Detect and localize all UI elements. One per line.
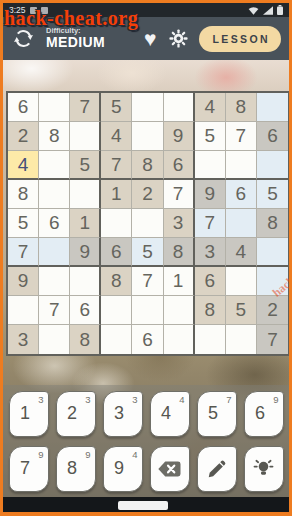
cell-r2c8[interactable]: 7: [226, 122, 257, 151]
heart-icon[interactable]: ♥: [144, 28, 156, 49]
cell-r9c3[interactable]: 8: [70, 325, 101, 354]
cell-r8c2[interactable]: 7: [39, 296, 70, 325]
cell-r7c3[interactable]: [70, 267, 101, 296]
cell-r6c6[interactable]: 8: [164, 238, 195, 267]
status-bar: 3:25: [3, 3, 289, 17]
numpad-digit-label: 2: [67, 403, 77, 424]
wifi-icon: [248, 6, 259, 15]
numpad-count-badge: 3: [85, 394, 90, 405]
cell-r3c7[interactable]: [195, 151, 226, 180]
cell-r4c7[interactable]: 9: [195, 180, 226, 209]
cell-r4c9[interactable]: 5: [257, 180, 288, 209]
cell-r3c8[interactable]: [226, 151, 257, 180]
cell-r6c4[interactable]: 6: [101, 238, 132, 267]
android-nav-bar: [3, 497, 289, 513]
cell-r9c2[interactable]: [39, 325, 70, 354]
numpad-digit-label: 6: [255, 403, 265, 424]
cell-r5c3[interactable]: 1: [70, 209, 101, 238]
cell-r6c2[interactable]: [39, 238, 70, 267]
difficulty: Difficulty: MEDIUM: [46, 27, 105, 50]
cell-r9c1[interactable]: 3: [8, 325, 39, 354]
numpad-count-badge: 9: [273, 394, 278, 405]
cell-r6c5[interactable]: 5: [132, 238, 163, 267]
clock: 3:25: [9, 5, 26, 15]
numpad-digit-label: 3: [114, 403, 124, 424]
cell-r8c3[interactable]: 6: [70, 296, 101, 325]
cell-r1c7[interactable]: 4: [195, 93, 226, 122]
numpad-count-badge: 9: [38, 449, 43, 460]
cell-r4c6[interactable]: 7: [164, 180, 195, 209]
cell-r4c4[interactable]: 1: [101, 180, 132, 209]
cell-r8c5[interactable]: [132, 296, 163, 325]
home-indicator[interactable]: [118, 501, 168, 510]
cell-r6c8[interactable]: 4: [226, 238, 257, 267]
numpad-count-badge: 3: [132, 394, 137, 405]
cell-r1c1[interactable]: 6: [8, 93, 39, 122]
cell-r5c1[interactable]: 5: [8, 209, 39, 238]
cell-r3c9[interactable]: [257, 151, 288, 180]
cell-r9c4[interactable]: [101, 325, 132, 354]
cell-r5c6[interactable]: 3: [164, 209, 195, 238]
numpad-digit-label: 8: [67, 458, 77, 479]
cell-r2c5[interactable]: [132, 122, 163, 151]
cell-r7c6[interactable]: 1: [164, 267, 195, 296]
eraser-button[interactable]: [150, 446, 190, 492]
cell-r3c1[interactable]: 4: [8, 151, 39, 180]
cell-r7c8[interactable]: [226, 267, 257, 296]
number-pad: 132333445769 798994: [3, 385, 289, 497]
numpad-digit-4[interactable]: 44: [150, 391, 190, 437]
hint-button[interactable]: [244, 446, 284, 492]
cell-r4c3[interactable]: [70, 180, 101, 209]
notification-icon: [30, 7, 37, 14]
numpad-count-badge: 9: [85, 449, 90, 460]
game-header: Difficulty: MEDIUM ♥ LESSO: [3, 17, 289, 60]
refresh-icon[interactable]: [11, 27, 35, 51]
numpad-digit-label: 4: [161, 403, 171, 424]
cell-r1c4[interactable]: 5: [101, 93, 132, 122]
app-screen: 3:25 Difficulty: MEDIUM: [0, 0, 292, 516]
cell-r2c6[interactable]: 9: [164, 122, 195, 151]
cell-r9c5[interactable]: 6: [132, 325, 163, 354]
cell-r2c2[interactable]: 8: [39, 122, 70, 151]
numpad-digit-9[interactable]: 94: [103, 446, 143, 492]
cell-r2c1[interactable]: 2: [8, 122, 39, 151]
cell-r7c7[interactable]: 6: [195, 267, 226, 296]
numpad-digit-6[interactable]: 69: [244, 391, 284, 437]
numpad-count-badge: 4: [132, 449, 137, 460]
cell-r3c2[interactable]: [39, 151, 70, 180]
cell-r7c9[interactable]: [257, 267, 288, 296]
cell-r6c9[interactable]: [257, 238, 288, 267]
pencil-icon: [206, 458, 228, 480]
cell-r6c7[interactable]: 3: [195, 238, 226, 267]
hint-icon: [252, 457, 275, 480]
numpad-digit-label: 7: [20, 458, 30, 479]
numpad-count-badge: 4: [179, 394, 184, 405]
cell-r4c8[interactable]: 6: [226, 180, 257, 209]
cell-r6c3[interactable]: 9: [70, 238, 101, 267]
cell-r3c4[interactable]: 7: [101, 151, 132, 180]
cell-r7c4[interactable]: 8: [101, 267, 132, 296]
cell-r7c2[interactable]: [39, 267, 70, 296]
cell-r9c7[interactable]: [195, 325, 226, 354]
cell-r2c9[interactable]: 6: [257, 122, 288, 151]
cell-r5c4[interactable]: [101, 209, 132, 238]
battery-icon: [277, 5, 283, 15]
numpad-row-2: 798994: [3, 446, 289, 492]
numpad-digit-label: 5: [208, 403, 218, 424]
cell-r8c1[interactable]: [8, 296, 39, 325]
cell-r8c7[interactable]: 8: [195, 296, 226, 325]
gear-icon[interactable]: [168, 28, 189, 49]
cell-r4c2[interactable]: [39, 180, 70, 209]
numpad-count-badge: 3: [38, 394, 43, 405]
cell-r3c5[interactable]: 8: [132, 151, 163, 180]
cell-r5c5[interactable]: [132, 209, 163, 238]
cell-r1c8[interactable]: 8: [226, 93, 257, 122]
cell-r1c2[interactable]: [39, 93, 70, 122]
numpad-digit-1[interactable]: 13: [9, 391, 49, 437]
cell-r9c6[interactable]: [164, 325, 195, 354]
cell-r1c9[interactable]: [257, 93, 288, 122]
lesson-button[interactable]: LESSON: [199, 26, 281, 52]
cell-r8c9[interactable]: 2: [257, 296, 288, 325]
signal-icon: [263, 6, 273, 15]
numpad-digit-label: 1: [20, 403, 30, 424]
eraser-icon: [157, 460, 182, 478]
numpad-digit-8[interactable]: 89: [56, 446, 96, 492]
cell-r2c3[interactable]: [70, 122, 101, 151]
cell-r3c3[interactable]: 5: [70, 151, 101, 180]
numpad-digit-label: 9: [114, 458, 124, 479]
cell-r2c7[interactable]: 5: [195, 122, 226, 151]
cell-r8c6[interactable]: [164, 296, 195, 325]
numpad-digit-2[interactable]: 23: [56, 391, 96, 437]
cell-r7c1[interactable]: 9: [8, 267, 39, 296]
cell-r4c5[interactable]: 2: [132, 180, 163, 209]
cell-r1c6[interactable]: [164, 93, 195, 122]
numpad-digit-5[interactable]: 57: [197, 391, 237, 437]
numpad-digit-7[interactable]: 79: [9, 446, 49, 492]
notification-icon: [41, 7, 48, 14]
sudoku-board: 6754828495764578681279655613787965834987…: [6, 91, 290, 356]
cell-r2c4[interactable]: 4: [101, 122, 132, 151]
cell-r9c9[interactable]: 7: [257, 325, 288, 354]
cell-r5c7[interactable]: 7: [195, 209, 226, 238]
numpad-digit-3[interactable]: 33: [103, 391, 143, 437]
cell-r5c2[interactable]: 6: [39, 209, 70, 238]
cell-r3c6[interactable]: 6: [164, 151, 195, 180]
cell-r5c8[interactable]: [226, 209, 257, 238]
cell-r6c1[interactable]: 7: [8, 238, 39, 267]
numpad-row-1: 132333445769: [3, 391, 289, 437]
cell-r1c5[interactable]: [132, 93, 163, 122]
cell-r8c4[interactable]: [101, 296, 132, 325]
cell-r7c5[interactable]: 7: [132, 267, 163, 296]
cell-r1c3[interactable]: 7: [70, 93, 101, 122]
cell-r9c8[interactable]: [226, 325, 257, 354]
cell-r5c9[interactable]: 8: [257, 209, 288, 238]
cell-r8c8[interactable]: 5: [226, 296, 257, 325]
pencil-button[interactable]: [197, 446, 237, 492]
difficulty-value: MEDIUM: [46, 35, 105, 50]
cell-r4c1[interactable]: 8: [8, 180, 39, 209]
numpad-count-badge: 7: [226, 394, 231, 405]
